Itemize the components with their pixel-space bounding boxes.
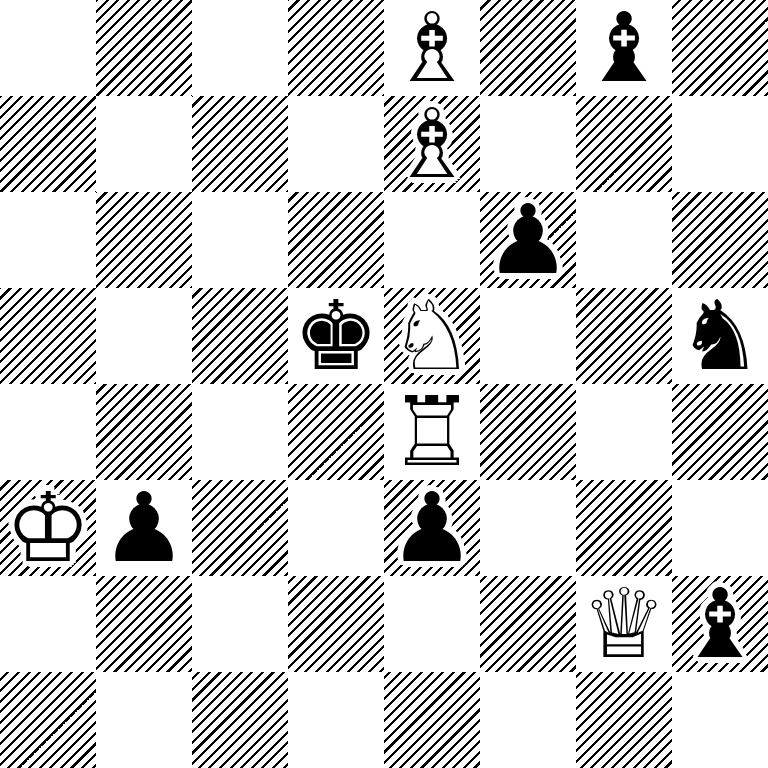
black-pawn-glyph: ♟	[96, 480, 192, 576]
piece-black-knight[interactable]: ♞♞	[672, 288, 768, 384]
square-a1[interactable]	[0, 672, 96, 768]
square-d5[interactable]: ♚♚	[288, 288, 384, 384]
square-g7[interactable]	[576, 96, 672, 192]
square-g4[interactable]	[576, 384, 672, 480]
square-g2[interactable]: ♛♕	[576, 576, 672, 672]
piece-white-rook[interactable]: ♜♖	[384, 384, 480, 480]
square-a5[interactable]	[0, 288, 96, 384]
square-e7[interactable]: ♝♗	[384, 96, 480, 192]
square-f8[interactable]	[480, 0, 576, 96]
square-e2[interactable]	[384, 576, 480, 672]
square-a2[interactable]	[0, 576, 96, 672]
square-c8[interactable]	[192, 0, 288, 96]
white-king-glyph: ♔	[0, 480, 96, 576]
square-a3[interactable]: ♚♔	[0, 480, 96, 576]
square-h8[interactable]	[672, 0, 768, 96]
white-knight-glyph: ♘	[384, 288, 480, 384]
white-queen-glyph: ♕	[576, 576, 672, 672]
square-f2[interactable]	[480, 576, 576, 672]
square-c7[interactable]	[192, 96, 288, 192]
square-c6[interactable]	[192, 192, 288, 288]
square-e3[interactable]: ♟♟	[384, 480, 480, 576]
square-e1[interactable]	[384, 672, 480, 768]
black-bishop-glyph: ♝	[672, 576, 768, 672]
piece-white-bishop[interactable]: ♝♗	[384, 0, 480, 96]
square-f1[interactable]	[480, 672, 576, 768]
square-h5[interactable]: ♞♞	[672, 288, 768, 384]
square-g3[interactable]	[576, 480, 672, 576]
square-f3[interactable]	[480, 480, 576, 576]
square-c3[interactable]	[192, 480, 288, 576]
square-b7[interactable]	[96, 96, 192, 192]
square-g6[interactable]	[576, 192, 672, 288]
piece-black-pawn[interactable]: ♟♟	[384, 480, 480, 576]
square-h4[interactable]	[672, 384, 768, 480]
square-b8[interactable]	[96, 0, 192, 96]
square-a4[interactable]	[0, 384, 96, 480]
square-e8[interactable]: ♝♗	[384, 0, 480, 96]
white-bishop-glyph: ♗	[384, 0, 480, 96]
square-c4[interactable]	[192, 384, 288, 480]
square-e5[interactable]: ♞♘	[384, 288, 480, 384]
square-b4[interactable]	[96, 384, 192, 480]
square-b6[interactable]	[96, 192, 192, 288]
square-h7[interactable]	[672, 96, 768, 192]
piece-black-bishop[interactable]: ♝♝	[576, 0, 672, 96]
piece-black-pawn[interactable]: ♟♟	[480, 192, 576, 288]
square-f4[interactable]	[480, 384, 576, 480]
piece-black-pawn[interactable]: ♟♟	[96, 480, 192, 576]
black-bishop-glyph: ♝	[576, 0, 672, 96]
square-a7[interactable]	[0, 96, 96, 192]
square-h2[interactable]: ♝♝	[672, 576, 768, 672]
square-d1[interactable]	[288, 672, 384, 768]
black-pawn-glyph: ♟	[480, 192, 576, 288]
square-c5[interactable]	[192, 288, 288, 384]
square-h1[interactable]	[672, 672, 768, 768]
square-d3[interactable]	[288, 480, 384, 576]
square-d8[interactable]	[288, 0, 384, 96]
square-b1[interactable]	[96, 672, 192, 768]
white-rook-glyph: ♖	[384, 384, 480, 480]
piece-white-king[interactable]: ♚♔	[0, 480, 96, 576]
square-c1[interactable]	[192, 672, 288, 768]
square-d7[interactable]	[288, 96, 384, 192]
black-knight-glyph: ♞	[672, 288, 768, 384]
square-g1[interactable]	[576, 672, 672, 768]
square-d4[interactable]	[288, 384, 384, 480]
piece-white-bishop[interactable]: ♝♗	[384, 96, 480, 192]
piece-black-bishop[interactable]: ♝♝	[672, 576, 768, 672]
square-e4[interactable]: ♜♖	[384, 384, 480, 480]
square-h3[interactable]	[672, 480, 768, 576]
square-b2[interactable]	[96, 576, 192, 672]
square-d6[interactable]	[288, 192, 384, 288]
square-a6[interactable]	[0, 192, 96, 288]
square-b5[interactable]	[96, 288, 192, 384]
square-f6[interactable]: ♟♟	[480, 192, 576, 288]
square-g5[interactable]	[576, 288, 672, 384]
black-king-glyph: ♚	[288, 288, 384, 384]
piece-white-knight[interactable]: ♞♘	[384, 288, 480, 384]
black-pawn-glyph: ♟	[384, 480, 480, 576]
square-f7[interactable]	[480, 96, 576, 192]
square-f5[interactable]	[480, 288, 576, 384]
square-e6[interactable]	[384, 192, 480, 288]
square-h6[interactable]	[672, 192, 768, 288]
square-c2[interactable]	[192, 576, 288, 672]
square-d2[interactable]	[288, 576, 384, 672]
piece-white-queen[interactable]: ♛♕	[576, 576, 672, 672]
square-a8[interactable]	[0, 0, 96, 96]
square-b3[interactable]: ♟♟	[96, 480, 192, 576]
chess-board: ♝♗♝♝♝♗♟♟♚♚♞♘♞♞♜♖♚♔♟♟♟♟♛♕♝♝	[0, 0, 768, 768]
white-bishop-glyph: ♗	[384, 96, 480, 192]
piece-black-king[interactable]: ♚♚	[288, 288, 384, 384]
square-g8[interactable]: ♝♝	[576, 0, 672, 96]
